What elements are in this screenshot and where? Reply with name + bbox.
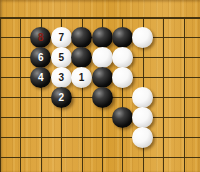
board-horizontal-line: [0, 117, 200, 118]
white-stone[interactable]: 3: [51, 67, 72, 88]
board-vertical-line: [20, 17, 21, 172]
black-stone[interactable]: 2: [51, 87, 72, 108]
move-number: 7: [58, 27, 64, 48]
white-stone[interactable]: 7: [51, 27, 72, 48]
board-horizontal-line: [0, 157, 200, 158]
black-stone[interactable]: [71, 27, 92, 48]
white-stone[interactable]: [132, 107, 153, 128]
move-number: 4: [38, 67, 44, 88]
move-number: 6: [38, 47, 44, 68]
black-stone[interactable]: [92, 87, 113, 108]
black-stone[interactable]: [92, 27, 113, 48]
board-vertical-line: [0, 17, 1, 172]
black-stone[interactable]: [71, 47, 92, 68]
white-stone[interactable]: [112, 47, 133, 68]
move-number: 5: [58, 47, 64, 68]
board-top-edge-line: [0, 17, 200, 19]
go-board[interactable]: 87654312: [0, 0, 200, 172]
white-stone[interactable]: [132, 127, 153, 148]
white-stone[interactable]: [132, 87, 153, 108]
black-stone[interactable]: [112, 107, 133, 128]
white-stone[interactable]: [112, 67, 133, 88]
board-vertical-line: [184, 17, 185, 172]
black-stone[interactable]: 4: [30, 67, 51, 88]
white-stone[interactable]: [92, 47, 113, 68]
white-stone[interactable]: 5: [51, 47, 72, 68]
move-number: 1: [79, 67, 85, 88]
move-number: 2: [58, 87, 64, 108]
black-stone[interactable]: 6: [30, 47, 51, 68]
black-stone[interactable]: [92, 67, 113, 88]
last-move-number: 8: [38, 27, 44, 48]
move-number: 3: [58, 67, 64, 88]
screenshot: 87654312: [0, 0, 200, 172]
white-stone[interactable]: [132, 27, 153, 48]
board-vertical-line: [163, 17, 164, 172]
board-horizontal-line: [0, 137, 200, 138]
black-stone[interactable]: [112, 27, 133, 48]
black-stone[interactable]: 8: [30, 27, 51, 48]
white-stone[interactable]: 1: [71, 67, 92, 88]
